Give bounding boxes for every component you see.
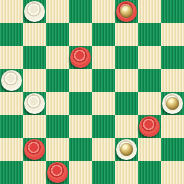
square-a6[interactable] xyxy=(0,46,23,69)
red-man-piece[interactable] xyxy=(47,162,68,183)
square-f3[interactable] xyxy=(115,115,138,138)
square-b2[interactable] xyxy=(23,138,46,161)
square-e7[interactable] xyxy=(92,23,115,46)
white-man-piece[interactable] xyxy=(1,70,22,91)
king-crown-icon xyxy=(120,143,133,156)
square-e3[interactable] xyxy=(92,115,115,138)
square-h7[interactable] xyxy=(161,23,184,46)
square-c1[interactable] xyxy=(46,161,69,184)
square-e5[interactable] xyxy=(92,69,115,92)
square-a4[interactable] xyxy=(0,92,23,115)
square-d7[interactable] xyxy=(69,23,92,46)
square-a3[interactable] xyxy=(0,115,23,138)
square-e8[interactable] xyxy=(92,0,115,23)
square-c7[interactable] xyxy=(46,23,69,46)
white-man-piece[interactable] xyxy=(24,93,45,114)
square-a1[interactable] xyxy=(0,161,23,184)
red-king-piece[interactable] xyxy=(116,1,137,22)
square-g4[interactable] xyxy=(138,92,161,115)
square-h1[interactable] xyxy=(161,161,184,184)
square-h4[interactable] xyxy=(161,92,184,115)
king-crown-icon xyxy=(120,5,133,18)
square-b5[interactable] xyxy=(23,69,46,92)
square-a8[interactable] xyxy=(0,0,23,23)
square-c2[interactable] xyxy=(46,138,69,161)
square-d6[interactable] xyxy=(69,46,92,69)
square-c4[interactable] xyxy=(46,92,69,115)
square-h3[interactable] xyxy=(161,115,184,138)
square-f2[interactable] xyxy=(115,138,138,161)
square-g7[interactable] xyxy=(138,23,161,46)
square-h2[interactable] xyxy=(161,138,184,161)
square-g5[interactable] xyxy=(138,69,161,92)
square-h5[interactable] xyxy=(161,69,184,92)
square-d5[interactable] xyxy=(69,69,92,92)
square-g8[interactable] xyxy=(138,0,161,23)
square-d2[interactable] xyxy=(69,138,92,161)
square-e4[interactable] xyxy=(92,92,115,115)
square-f7[interactable] xyxy=(115,23,138,46)
square-e6[interactable] xyxy=(92,46,115,69)
square-f6[interactable] xyxy=(115,46,138,69)
square-g1[interactable] xyxy=(138,161,161,184)
square-d8[interactable] xyxy=(69,0,92,23)
king-crown-icon xyxy=(166,97,179,110)
square-b7[interactable] xyxy=(23,23,46,46)
square-g3[interactable] xyxy=(138,115,161,138)
square-f8[interactable] xyxy=(115,0,138,23)
square-b3[interactable] xyxy=(23,115,46,138)
white-king-piece[interactable] xyxy=(116,139,137,160)
red-man-piece[interactable] xyxy=(24,139,45,160)
square-b8[interactable] xyxy=(23,0,46,23)
square-f5[interactable] xyxy=(115,69,138,92)
square-a2[interactable] xyxy=(0,138,23,161)
square-f1[interactable] xyxy=(115,161,138,184)
square-b1[interactable] xyxy=(23,161,46,184)
square-f4[interactable] xyxy=(115,92,138,115)
square-e2[interactable] xyxy=(92,138,115,161)
square-c5[interactable] xyxy=(46,69,69,92)
white-man-piece[interactable] xyxy=(24,1,45,22)
square-d4[interactable] xyxy=(69,92,92,115)
square-e1[interactable] xyxy=(92,161,115,184)
square-b4[interactable] xyxy=(23,92,46,115)
square-d1[interactable] xyxy=(69,161,92,184)
square-c8[interactable] xyxy=(46,0,69,23)
square-c3[interactable] xyxy=(46,115,69,138)
red-man-piece[interactable] xyxy=(70,47,91,68)
square-h8[interactable] xyxy=(161,0,184,23)
square-b6[interactable] xyxy=(23,46,46,69)
white-king-piece[interactable] xyxy=(162,93,183,114)
square-a5[interactable] xyxy=(0,69,23,92)
checkers-board xyxy=(0,0,184,184)
square-g6[interactable] xyxy=(138,46,161,69)
square-c6[interactable] xyxy=(46,46,69,69)
square-h6[interactable] xyxy=(161,46,184,69)
square-a7[interactable] xyxy=(0,23,23,46)
red-man-piece[interactable] xyxy=(139,116,160,137)
square-g2[interactable] xyxy=(138,138,161,161)
square-d3[interactable] xyxy=(69,115,92,138)
